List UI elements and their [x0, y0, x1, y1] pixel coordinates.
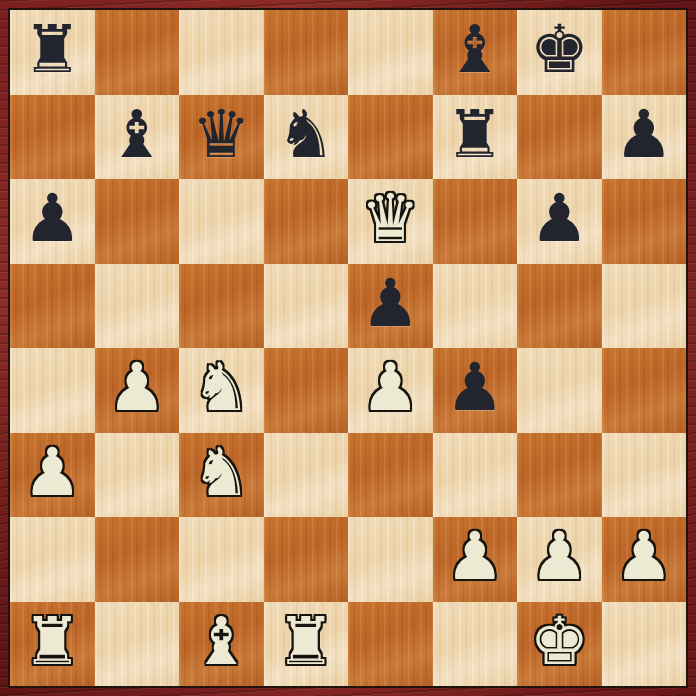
- square-a5[interactable]: [10, 264, 95, 349]
- piece-white-pawn[interactable]: ♟: [23, 440, 82, 506]
- square-e7[interactable]: [348, 95, 433, 180]
- square-e4[interactable]: ♟: [348, 348, 433, 433]
- square-h3[interactable]: [602, 433, 687, 518]
- piece-white-bishop[interactable]: ♝: [192, 609, 251, 675]
- square-b7[interactable]: ♝: [95, 95, 180, 180]
- square-c7[interactable]: ♛: [179, 95, 264, 180]
- piece-black-rook[interactable]: ♜: [445, 102, 504, 168]
- square-a8[interactable]: ♜: [10, 10, 95, 95]
- square-b4[interactable]: ♟: [95, 348, 180, 433]
- square-g7[interactable]: [517, 95, 602, 180]
- square-g2[interactable]: ♟: [517, 517, 602, 602]
- square-d2[interactable]: [264, 517, 349, 602]
- piece-white-pawn[interactable]: ♟: [361, 355, 420, 421]
- square-b5[interactable]: [95, 264, 180, 349]
- square-d4[interactable]: [264, 348, 349, 433]
- piece-white-knight[interactable]: ♞: [192, 355, 251, 421]
- square-g6[interactable]: ♟: [517, 179, 602, 264]
- square-c8[interactable]: [179, 10, 264, 95]
- square-d7[interactable]: ♞: [264, 95, 349, 180]
- piece-black-rook[interactable]: ♜: [23, 17, 82, 83]
- piece-black-bishop[interactable]: ♝: [107, 102, 166, 168]
- square-d8[interactable]: [264, 10, 349, 95]
- square-h2[interactable]: ♟: [602, 517, 687, 602]
- square-h5[interactable]: [602, 264, 687, 349]
- square-f7[interactable]: ♜: [433, 95, 518, 180]
- square-e8[interactable]: [348, 10, 433, 95]
- square-f3[interactable]: [433, 433, 518, 518]
- piece-black-queen[interactable]: ♛: [192, 102, 251, 168]
- square-f8[interactable]: ♝: [433, 10, 518, 95]
- square-h7[interactable]: ♟: [602, 95, 687, 180]
- square-h4[interactable]: [602, 348, 687, 433]
- square-f2[interactable]: ♟: [433, 517, 518, 602]
- chess-app: ♜♝♚♝♛♞♜♟♟♛♟♟♟♞♟♟♟♞♟♟♟♜♝♜♚: [0, 0, 696, 696]
- square-e5[interactable]: ♟: [348, 264, 433, 349]
- square-b6[interactable]: [95, 179, 180, 264]
- piece-black-pawn[interactable]: ♟: [530, 186, 589, 252]
- square-b8[interactable]: [95, 10, 180, 95]
- square-h1[interactable]: [602, 602, 687, 687]
- square-g3[interactable]: [517, 433, 602, 518]
- square-b1[interactable]: [95, 602, 180, 687]
- board-frame: ♜♝♚♝♛♞♜♟♟♛♟♟♟♞♟♟♟♞♟♟♟♜♝♜♚: [0, 0, 696, 696]
- piece-white-pawn[interactable]: ♟: [614, 524, 673, 590]
- square-c2[interactable]: [179, 517, 264, 602]
- piece-black-pawn[interactable]: ♟: [361, 271, 420, 337]
- piece-black-pawn[interactable]: ♟: [614, 102, 673, 168]
- square-e1[interactable]: [348, 602, 433, 687]
- piece-black-bishop[interactable]: ♝: [445, 17, 504, 83]
- piece-black-pawn[interactable]: ♟: [23, 186, 82, 252]
- square-h8[interactable]: [602, 10, 687, 95]
- square-c3[interactable]: ♞: [179, 433, 264, 518]
- piece-white-queen[interactable]: ♛: [361, 186, 420, 252]
- square-e6[interactable]: ♛: [348, 179, 433, 264]
- square-g1[interactable]: ♚: [517, 602, 602, 687]
- piece-black-knight[interactable]: ♞: [276, 102, 335, 168]
- piece-white-rook[interactable]: ♜: [23, 609, 82, 675]
- square-d5[interactable]: [264, 264, 349, 349]
- square-a7[interactable]: [10, 95, 95, 180]
- piece-white-pawn[interactable]: ♟: [530, 524, 589, 590]
- square-a3[interactable]: ♟: [10, 433, 95, 518]
- piece-white-pawn[interactable]: ♟: [107, 355, 166, 421]
- square-a2[interactable]: [10, 517, 95, 602]
- square-c1[interactable]: ♝: [179, 602, 264, 687]
- square-h6[interactable]: [602, 179, 687, 264]
- square-g4[interactable]: [517, 348, 602, 433]
- piece-white-rook[interactable]: ♜: [276, 609, 335, 675]
- square-a6[interactable]: ♟: [10, 179, 95, 264]
- square-e3[interactable]: [348, 433, 433, 518]
- piece-black-king[interactable]: ♚: [530, 17, 589, 83]
- square-c4[interactable]: ♞: [179, 348, 264, 433]
- square-e2[interactable]: [348, 517, 433, 602]
- square-c6[interactable]: [179, 179, 264, 264]
- square-f5[interactable]: [433, 264, 518, 349]
- piece-white-king[interactable]: ♚: [530, 609, 589, 675]
- chess-board: ♜♝♚♝♛♞♜♟♟♛♟♟♟♞♟♟♟♞♟♟♟♜♝♜♚: [8, 8, 688, 688]
- square-a4[interactable]: [10, 348, 95, 433]
- square-d6[interactable]: [264, 179, 349, 264]
- piece-black-pawn[interactable]: ♟: [445, 355, 504, 421]
- square-d1[interactable]: ♜: [264, 602, 349, 687]
- square-f1[interactable]: [433, 602, 518, 687]
- square-a1[interactable]: ♜: [10, 602, 95, 687]
- square-f6[interactable]: [433, 179, 518, 264]
- square-c5[interactable]: [179, 264, 264, 349]
- square-g8[interactable]: ♚: [517, 10, 602, 95]
- square-f4[interactable]: ♟: [433, 348, 518, 433]
- square-b2[interactable]: [95, 517, 180, 602]
- piece-white-knight[interactable]: ♞: [192, 440, 251, 506]
- square-b3[interactable]: [95, 433, 180, 518]
- piece-white-pawn[interactable]: ♟: [445, 524, 504, 590]
- square-g5[interactable]: [517, 264, 602, 349]
- square-d3[interactable]: [264, 433, 349, 518]
